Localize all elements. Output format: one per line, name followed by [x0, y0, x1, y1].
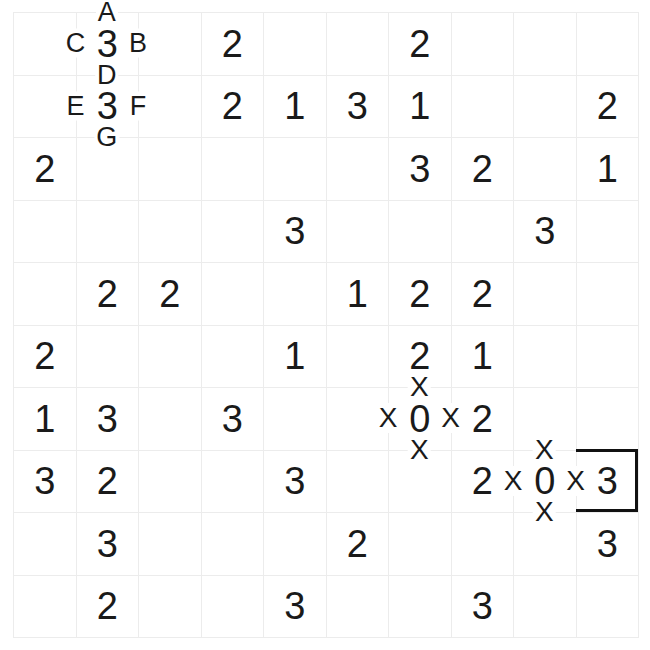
grid-cell-r3c2[interactable]: [77, 138, 140, 201]
cell-number: 2: [222, 87, 243, 125]
grid-cell-r8c6[interactable]: [327, 451, 390, 514]
grid-cell-r5c6[interactable]: 1: [327, 263, 390, 326]
cell-number: 3: [284, 212, 305, 250]
cell-number: 1: [597, 150, 618, 188]
cell-number: 3: [97, 400, 118, 438]
cell-number: 2: [222, 25, 243, 63]
cell-number: 2: [597, 87, 618, 125]
grid-cell-r3c8[interactable]: 2: [452, 138, 515, 201]
grid-cell-r4c9[interactable]: 3: [514, 201, 577, 264]
grid-cell-r9c7[interactable]: [389, 513, 452, 576]
grid-cell-r4c3[interactable]: [139, 201, 202, 264]
grid-cell-r4c8[interactable]: [452, 201, 515, 264]
grid-cell-r1c7[interactable]: 2: [389, 13, 452, 76]
grid-cell-r6c4[interactable]: [202, 326, 265, 389]
cell-number: 3: [472, 587, 493, 625]
cell-number: 2: [472, 400, 493, 438]
grid-cell-r6c5[interactable]: 1: [264, 326, 327, 389]
cell-number: 3: [222, 400, 243, 438]
grid-cell-r7c2[interactable]: 3: [77, 388, 140, 451]
grid-cell-r2c1[interactable]: [14, 76, 77, 139]
grid-cell-r4c2[interactable]: [77, 201, 140, 264]
grid-cell-r6c1[interactable]: 2: [14, 326, 77, 389]
grid-cell-r2c9[interactable]: [514, 76, 577, 139]
grid-cell-r4c7[interactable]: [389, 201, 452, 264]
grid-cell-r5c5[interactable]: [264, 263, 327, 326]
cell-number: 3: [597, 462, 618, 500]
grid-cell-r5c7[interactable]: 2: [389, 263, 452, 326]
cell-number: 3: [534, 212, 555, 250]
grid-cell-r3c5[interactable]: [264, 138, 327, 201]
cell-number: 2: [472, 462, 493, 500]
grid-cell-r3c6[interactable]: [327, 138, 390, 201]
grid-cell-r6c7[interactable]: 2: [389, 326, 452, 389]
grid-cell-r1c3[interactable]: [139, 13, 202, 76]
grid-cell-r10c3[interactable]: [139, 576, 202, 639]
cell-number: 2: [409, 337, 430, 375]
grid-cell-r9c2[interactable]: 3: [77, 513, 140, 576]
grid-cell-r9c8[interactable]: [452, 513, 515, 576]
grid-cell-r1c10[interactable]: [577, 13, 640, 76]
cell-number: 2: [97, 275, 118, 313]
grid-cell-r8c8[interactable]: 2: [452, 451, 515, 514]
grid-cell-r1c6[interactable]: [327, 13, 390, 76]
cell-number: 3: [284, 462, 305, 500]
cell-number: 1: [34, 400, 55, 438]
grid-cell-r2c8[interactable]: [452, 76, 515, 139]
grid-cell-r7c4[interactable]: 3: [202, 388, 265, 451]
grid-cell-r9c9[interactable]: [514, 513, 577, 576]
grid-cell-r6c9[interactable]: [514, 326, 577, 389]
grid-cell-r5c3[interactable]: 2: [139, 263, 202, 326]
grid-cell-r10c7[interactable]: [389, 576, 452, 639]
grid-cell-r4c1[interactable]: [14, 201, 77, 264]
grid-cell-r4c6[interactable]: [327, 201, 390, 264]
grid-cell-r7c8[interactable]: 2: [452, 388, 515, 451]
cell-number: 1: [409, 87, 430, 125]
cell-number: 2: [97, 587, 118, 625]
cell-number: 2: [409, 25, 430, 63]
grid-cell-r1c8[interactable]: [452, 13, 515, 76]
grid-cell-r1c2[interactable]: 3: [77, 13, 140, 76]
cell-number: 2: [472, 150, 493, 188]
grid-cell-r2c4[interactable]: 2: [202, 76, 265, 139]
grid-cell-r2c10[interactable]: 2: [577, 76, 640, 139]
grid-cell-r8c9[interactable]: 0: [514, 451, 577, 514]
grid-cell-r1c5[interactable]: [264, 13, 327, 76]
grid-cell-r2c7[interactable]: 1: [389, 76, 452, 139]
grid-cell-r3c9[interactable]: [514, 138, 577, 201]
grid-cell-r6c10[interactable]: [577, 326, 640, 389]
grid-cell-r3c10[interactable]: 1: [577, 138, 640, 201]
grid-cell-r6c3[interactable]: [139, 326, 202, 389]
grid-cell-r10c6[interactable]: [327, 576, 390, 639]
grid-cell-r7c1[interactable]: 1: [14, 388, 77, 451]
grid-cell-r5c4[interactable]: [202, 263, 265, 326]
grid-cell-r8c1[interactable]: 3: [14, 451, 77, 514]
cell-number: 3: [97, 25, 118, 63]
grid-cell-r9c6[interactable]: 2: [327, 513, 390, 576]
grid-cell-r3c1[interactable]: 2: [14, 138, 77, 201]
grid-cell-r7c10[interactable]: [577, 388, 640, 451]
grid-cell-r10c10[interactable]: [577, 576, 640, 639]
cell-number: 3: [347, 87, 368, 125]
grid-cell-r5c1[interactable]: [14, 263, 77, 326]
grid-cell-r5c2[interactable]: 2: [77, 263, 140, 326]
cell-number: 3: [597, 525, 618, 563]
grid-cell-r4c10[interactable]: [577, 201, 640, 264]
grid-cell-r1c1[interactable]: [14, 13, 77, 76]
grid-cell-r9c4[interactable]: [202, 513, 265, 576]
cell-number: 2: [159, 275, 180, 313]
grid-cell-r8c4[interactable]: [202, 451, 265, 514]
grid-cell-r2c3[interactable]: [139, 76, 202, 139]
grid-cell-r8c7[interactable]: [389, 451, 452, 514]
grid-cell-r8c10[interactable]: 3: [577, 451, 640, 514]
cell-number: 3: [284, 587, 305, 625]
cell-number: 2: [34, 337, 55, 375]
grid-cell-r10c2[interactable]: 2: [77, 576, 140, 639]
grid-cell-r2c2[interactable]: 3: [77, 76, 140, 139]
grid-cell-r10c8[interactable]: 3: [452, 576, 515, 639]
cell-number: 3: [409, 150, 430, 188]
cell-number: 3: [34, 462, 55, 500]
cell-number: 2: [97, 462, 118, 500]
grid-cell-r2c6[interactable]: 3: [327, 76, 390, 139]
puzzle-canvas: 3223213122321332212221211330232320332323…: [0, 0, 650, 650]
grid-cell-r6c6[interactable]: [327, 326, 390, 389]
cell-number: 1: [284, 337, 305, 375]
grid-cell-r6c8[interactable]: 1: [452, 326, 515, 389]
grid-cell-r10c9[interactable]: [514, 576, 577, 639]
grid-cell-r2c5[interactable]: 1: [264, 76, 327, 139]
grid-cell-r7c6[interactable]: [327, 388, 390, 451]
grid-cell-r3c4[interactable]: [202, 138, 265, 201]
grid-cell-r3c7[interactable]: 3: [389, 138, 452, 201]
grid-cell-r5c9[interactable]: [514, 263, 577, 326]
puzzle-board: 3223213122321332212221211330232320332323…: [13, 12, 639, 638]
cell-number: 1: [472, 337, 493, 375]
cell-number: 2: [347, 525, 368, 563]
cell-number: 3: [97, 525, 118, 563]
grid-cell-r10c5[interactable]: 3: [264, 576, 327, 639]
grid-cell-r7c5[interactable]: [264, 388, 327, 451]
grid-cell-r10c1[interactable]: [14, 576, 77, 639]
grid-cell-r5c10[interactable]: [577, 263, 640, 326]
grid-cell-r1c4[interactable]: 2: [202, 13, 265, 76]
cell-number: 0: [534, 462, 555, 500]
grid-cell-r5c8[interactable]: 2: [452, 263, 515, 326]
cell-number: 1: [284, 87, 305, 125]
grid-cell-r7c3[interactable]: [139, 388, 202, 451]
grid-cell-r7c9[interactable]: [514, 388, 577, 451]
cell-number: 0: [409, 400, 430, 438]
cell-number: 2: [409, 275, 430, 313]
cell-number: 2: [34, 150, 55, 188]
grid-cell-r8c5[interactable]: 3: [264, 451, 327, 514]
cell-number: 3: [97, 87, 118, 125]
grid-cell-r4c5[interactable]: 3: [264, 201, 327, 264]
grid-cell-r9c1[interactable]: [14, 513, 77, 576]
grid-cell-r9c5[interactable]: [264, 513, 327, 576]
grid-cell-r8c2[interactable]: 2: [77, 451, 140, 514]
cell-number: 2: [472, 275, 493, 313]
grid-cell-r9c3[interactable]: [139, 513, 202, 576]
grid-cell-r9c10[interactable]: 3: [577, 513, 640, 576]
grid-cell-r6c2[interactable]: [77, 326, 140, 389]
grid-cell-r8c3[interactable]: [139, 451, 202, 514]
grid-cell-r10c4[interactable]: [202, 576, 265, 639]
cell-number: 1: [347, 275, 368, 313]
grid-cell-r7c7[interactable]: 0: [389, 388, 452, 451]
grid-cell-r1c9[interactable]: [514, 13, 577, 76]
grid-cell-r3c3[interactable]: [139, 138, 202, 201]
grid-cell-r4c4[interactable]: [202, 201, 265, 264]
